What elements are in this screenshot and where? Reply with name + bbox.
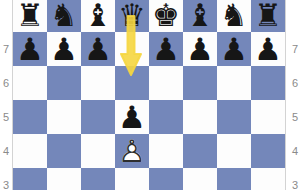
piece-outline: ♙ <box>115 134 149 168</box>
piece-black-pawn-c7[interactable]: ♟ <box>81 32 115 66</box>
square-c7[interactable]: ♟ <box>81 32 115 66</box>
piece-black-bishop-f8[interactable]: ♝ <box>183 0 217 32</box>
square-e5[interactable] <box>149 100 183 134</box>
piece-outline: ♜ <box>13 0 47 32</box>
rank-label-right-6: 6 <box>286 78 304 89</box>
piece-black-pawn-d5[interactable]: ♟ <box>115 100 149 134</box>
square-f8[interactable]: ♝ <box>183 0 217 32</box>
piece-outline: ♟ <box>47 32 81 66</box>
piece-black-pawn-f7[interactable]: ♟ <box>183 32 217 66</box>
piece-black-knight-b8[interactable]: ♞ <box>47 0 81 32</box>
piece-white-pawn-d4[interactable]: ♟♙ <box>115 134 149 168</box>
square-e7[interactable]: ♟ <box>149 32 183 66</box>
square-d5[interactable]: ♟ <box>115 100 149 134</box>
piece-outline: ♛ <box>115 0 149 32</box>
rank-label-left-5: 5 <box>0 112 12 123</box>
piece-outline: ♝ <box>81 0 115 32</box>
square-f7[interactable]: ♟ <box>183 32 217 66</box>
piece-black-pawn-a7[interactable]: ♟ <box>13 32 47 66</box>
square-a5[interactable] <box>13 100 47 134</box>
square-f4[interactable] <box>183 134 217 168</box>
rank-label-right-7: 7 <box>286 44 304 55</box>
square-b4[interactable] <box>47 134 81 168</box>
rank-label-left-4: 4 <box>0 146 12 157</box>
piece-outline: ♚ <box>149 0 183 32</box>
rank-label-left-6: 6 <box>0 78 12 89</box>
rank-label-left-3: 3 <box>0 180 12 191</box>
square-a3[interactable] <box>13 168 47 190</box>
piece-black-queen-d8[interactable]: ♛ <box>115 0 149 32</box>
piece-outline: ♞ <box>217 0 251 32</box>
piece-black-rook-a8[interactable]: ♜ <box>13 0 47 32</box>
piece-outline: ♟ <box>183 32 217 66</box>
square-a7[interactable]: ♟ <box>13 32 47 66</box>
piece-outline: ♟ <box>81 32 115 66</box>
square-g6[interactable] <box>217 66 251 100</box>
square-f5[interactable] <box>183 100 217 134</box>
square-b5[interactable] <box>47 100 81 134</box>
rank-label-left-7: 7 <box>0 44 12 55</box>
piece-black-pawn-b7[interactable]: ♟ <box>47 32 81 66</box>
piece-black-pawn-h7[interactable]: ♟ <box>251 32 285 66</box>
square-b3[interactable] <box>47 168 81 190</box>
piece-outline: ♟ <box>217 32 251 66</box>
square-f6[interactable] <box>183 66 217 100</box>
piece-black-pawn-e7[interactable]: ♟ <box>149 32 183 66</box>
square-c3[interactable] <box>81 168 115 190</box>
rank-label-right-4: 4 <box>286 146 304 157</box>
square-b7[interactable]: ♟ <box>47 32 81 66</box>
piece-outline: ♜ <box>251 0 285 32</box>
square-h3[interactable] <box>251 168 285 190</box>
square-h8[interactable]: ♜ <box>251 0 285 32</box>
square-d8[interactable]: ♛ <box>115 0 149 32</box>
square-g3[interactable] <box>217 168 251 190</box>
square-b6[interactable] <box>47 66 81 100</box>
square-b8[interactable]: ♞ <box>47 0 81 32</box>
piece-outline: ♝ <box>183 0 217 32</box>
board: ♜♞♝♛♚♝♞♜♟♟♟♟♟♟♟♟♟♙♟♙♟♙♟♙♟♙♟♙♟♙♟♙♜♖♞♘♝♗♛♕… <box>12 0 286 190</box>
piece-black-knight-g8[interactable]: ♞ <box>217 0 251 32</box>
chess-board-screen: ♜♞♝♛♚♝♞♜♟♟♟♟♟♟♟♟♟♙♟♙♟♙♟♙♟♙♟♙♟♙♟♙♜♖♞♘♝♗♛♕… <box>0 0 304 190</box>
square-h7[interactable]: ♟ <box>251 32 285 66</box>
square-g7[interactable]: ♟ <box>217 32 251 66</box>
square-h6[interactable] <box>251 66 285 100</box>
piece-black-pawn-g7[interactable]: ♟ <box>217 32 251 66</box>
piece-outline: ♟ <box>149 32 183 66</box>
rank-label-right-3: 3 <box>286 180 304 191</box>
square-d6[interactable] <box>115 66 149 100</box>
piece-black-rook-h8[interactable]: ♜ <box>251 0 285 32</box>
square-c4[interactable] <box>81 134 115 168</box>
square-c5[interactable] <box>81 100 115 134</box>
piece-black-bishop-c8[interactable]: ♝ <box>81 0 115 32</box>
square-e8[interactable]: ♚ <box>149 0 183 32</box>
piece-outline: ♟ <box>13 32 47 66</box>
square-g5[interactable] <box>217 100 251 134</box>
square-h4[interactable] <box>251 134 285 168</box>
square-g4[interactable] <box>217 134 251 168</box>
square-d4[interactable]: ♟♙ <box>115 134 149 168</box>
square-g8[interactable]: ♞ <box>217 0 251 32</box>
square-e6[interactable] <box>149 66 183 100</box>
piece-outline: ♟ <box>115 100 149 134</box>
rank-label-right-5: 5 <box>286 112 304 123</box>
piece-black-king-e8[interactable]: ♚ <box>149 0 183 32</box>
square-c6[interactable] <box>81 66 115 100</box>
piece-outline: ♞ <box>47 0 81 32</box>
square-a8[interactable]: ♜ <box>13 0 47 32</box>
piece-outline: ♟ <box>251 32 285 66</box>
square-e3[interactable] <box>149 168 183 190</box>
square-c8[interactable]: ♝ <box>81 0 115 32</box>
square-a6[interactable] <box>13 66 47 100</box>
square-h5[interactable] <box>251 100 285 134</box>
square-d7[interactable] <box>115 32 149 66</box>
square-a4[interactable] <box>13 134 47 168</box>
square-f3[interactable] <box>183 168 217 190</box>
square-e4[interactable] <box>149 134 183 168</box>
square-d3[interactable] <box>115 168 149 190</box>
